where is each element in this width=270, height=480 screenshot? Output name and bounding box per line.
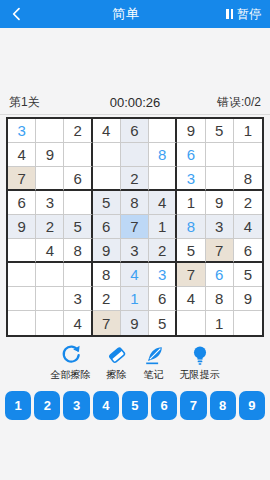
cell-r8c8[interactable]: 8 [206,287,234,311]
toolbar: 全部擦除 擦除 笔记 无限提示 [0,344,270,382]
hint-button[interactable]: 无限提示 [180,344,220,382]
cell-r6c6[interactable]: 2 [149,239,177,263]
cell-r9c5[interactable]: 9 [121,311,149,335]
hint-label: 无限提示 [180,368,220,382]
cell-r4c5[interactable]: 8 [121,191,149,215]
cell-r7c7[interactable]: 7 [177,263,205,287]
cell-r4c1[interactable]: 6 [8,191,36,215]
cell-r5c7[interactable]: 8 [177,215,205,239]
cell-r6c1[interactable] [8,239,36,263]
cell-r4c9[interactable]: 2 [234,191,262,215]
cell-r7c1[interactable] [8,263,36,287]
cell-r2c2[interactable]: 9 [36,143,64,167]
error-counter: 错误:0/2 [177,94,261,111]
cell-r1c6[interactable] [149,119,177,143]
cell-r8c1[interactable] [8,287,36,311]
cell-r8c6[interactable]: 6 [149,287,177,311]
numpad-button-6[interactable]: 6 [151,391,177,420]
notes-button[interactable]: 笔记 [143,344,165,382]
cell-r5c6[interactable]: 1 [149,215,177,239]
cell-r2c1[interactable]: 4 [8,143,36,167]
cell-r5c5[interactable]: 7 [121,215,149,239]
erase-all-label: 全部擦除 [51,368,91,382]
cell-r8c3[interactable]: 3 [64,287,92,311]
pause-icon [226,9,233,19]
pen-icon [143,344,165,366]
cell-r5c3[interactable]: 5 [64,215,92,239]
cell-r4c2[interactable]: 3 [36,191,64,215]
numpad-button-3[interactable]: 3 [63,391,89,420]
pause-label: 暂停 [237,6,261,23]
cell-r8c4[interactable]: 2 [93,287,121,311]
cell-r6c4[interactable]: 9 [93,239,121,263]
cell-r6c2[interactable]: 4 [36,239,64,263]
cell-r4c7[interactable]: 1 [177,191,205,215]
numpad-button-4[interactable]: 4 [93,391,119,420]
cell-r9c9[interactable] [234,311,262,335]
cell-r4c6[interactable]: 4 [149,191,177,215]
cell-r3c8[interactable] [206,167,234,191]
cell-r7c5[interactable]: 4 [121,263,149,287]
cell-r8c9[interactable]: 9 [234,287,262,311]
cell-r3c4[interactable] [93,167,121,191]
sudoku-board: 3246951498676238635841929256718344893257… [6,117,264,337]
cell-r7c9[interactable]: 5 [234,263,262,287]
cell-r4c8[interactable]: 9 [206,191,234,215]
cell-r3c9[interactable]: 8 [234,167,262,191]
numpad-button-5[interactable]: 5 [122,391,148,420]
cell-r6c5[interactable]: 3 [121,239,149,263]
cell-r3c7[interactable]: 3 [177,167,205,191]
cell-r9c8[interactable]: 1 [206,311,234,335]
cell-r2c4[interactable] [93,143,121,167]
cell-r6c3[interactable]: 8 [64,239,92,263]
cell-r9c6[interactable]: 5 [149,311,177,335]
cell-r5c2[interactable]: 2 [36,215,64,239]
cell-r3c2[interactable] [36,167,64,191]
status-row: 第1关 00:00:26 错误:0/2 [0,90,270,115]
cell-r2c6[interactable]: 8 [149,143,177,167]
cell-r8c2[interactable] [36,287,64,311]
numpad-button-7[interactable]: 7 [180,391,206,420]
cell-r5c8[interactable]: 3 [206,215,234,239]
cell-r5c9[interactable]: 4 [234,215,262,239]
app-bar: 简单 暂停 [0,0,270,28]
cell-r1c9[interactable]: 1 [234,119,262,143]
erase-label: 擦除 [107,368,127,382]
cell-r2c3[interactable] [64,143,92,167]
cell-r1c4[interactable]: 4 [93,119,121,143]
cell-r9c7[interactable] [177,311,205,335]
cell-r1c2[interactable] [36,119,64,143]
numpad-button-2[interactable]: 2 [34,391,60,420]
notes-label: 笔记 [144,368,164,382]
cell-r4c3[interactable] [64,191,92,215]
cell-r6c9[interactable]: 6 [234,239,262,263]
numpad-button-9[interactable]: 9 [239,391,265,420]
timer: 00:00:26 [93,95,177,110]
numpad-button-1[interactable]: 1 [5,391,31,420]
cell-r5c1[interactable]: 9 [8,215,36,239]
back-button[interactable] [9,6,49,22]
cell-r1c8[interactable]: 5 [206,119,234,143]
cell-r2c9[interactable] [234,143,262,167]
pause-button[interactable]: 暂停 [203,6,261,23]
erase-all-icon [60,344,82,366]
cell-r3c5[interactable]: 2 [121,167,149,191]
bulb-icon [189,344,211,366]
cell-r4c4[interactable]: 5 [93,191,121,215]
cell-r1c1[interactable]: 3 [8,119,36,143]
cell-r3c3[interactable]: 6 [64,167,92,191]
cell-r2c7[interactable]: 6 [177,143,205,167]
cell-r9c4[interactable]: 7 [93,311,121,335]
cell-r9c1[interactable] [8,311,36,335]
erase-all-button[interactable]: 全部擦除 [51,344,91,382]
eraser-icon [106,344,128,366]
cell-r7c2[interactable] [36,263,64,287]
cell-r8c7[interactable]: 4 [177,287,205,311]
cell-r5c4[interactable]: 6 [93,215,121,239]
cell-r2c5[interactable] [121,143,149,167]
cell-r3c1[interactable]: 7 [8,167,36,191]
cell-r9c3[interactable]: 4 [64,311,92,335]
numpad-button-8[interactable]: 8 [210,391,236,420]
cell-r6c7[interactable]: 5 [177,239,205,263]
cell-r2c8[interactable] [206,143,234,167]
cell-r1c3[interactable]: 2 [64,119,92,143]
cell-r1c7[interactable]: 9 [177,119,205,143]
page-title: 简单 [112,5,140,23]
cell-r7c4[interactable]: 8 [93,263,121,287]
back-chevron-icon [9,6,25,22]
cell-r8c5[interactable]: 1 [121,287,149,311]
cell-r7c8[interactable]: 6 [206,263,234,287]
cell-r7c3[interactable] [64,263,92,287]
cell-r7c6[interactable]: 3 [149,263,177,287]
erase-button[interactable]: 擦除 [106,344,128,382]
cell-r3c6[interactable] [149,167,177,191]
number-pad: 123456789 [0,391,270,420]
level-label: 第1关 [9,94,93,111]
cell-r1c5[interactable]: 6 [121,119,149,143]
cell-r6c8[interactable]: 7 [206,239,234,263]
cell-r9c2[interactable] [36,311,64,335]
